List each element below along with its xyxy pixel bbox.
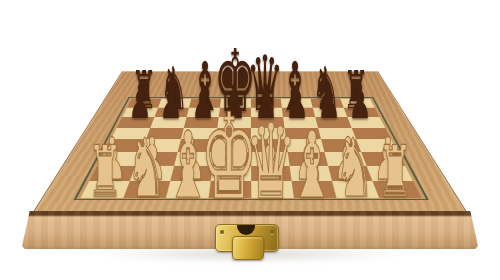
square-f3 <box>288 152 328 166</box>
square-b6 <box>150 117 186 128</box>
square-b2 <box>130 166 174 181</box>
square-f6 <box>283 117 318 128</box>
square-d1 <box>209 181 252 198</box>
square-b5 <box>146 128 184 139</box>
board-pinstripe-border <box>73 97 429 200</box>
square-c8 <box>189 99 221 108</box>
square-e6 <box>251 117 285 128</box>
square-e1 <box>251 181 294 198</box>
square-h7 <box>344 108 380 118</box>
square-e7 <box>251 108 283 118</box>
square-c7 <box>187 108 220 118</box>
chess-set-photo: ♜♞♝♚♛♝♞♜♟♟♟♟♟♟♟♟♟♟♟♟♟♟♟♟♜♞♝♚♛♝♞♜ <box>0 0 500 280</box>
square-e3 <box>251 152 290 166</box>
square-g4 <box>321 139 361 152</box>
square-h4 <box>356 139 398 152</box>
square-d6 <box>217 117 251 128</box>
square-f2 <box>290 166 332 181</box>
latch-hasp <box>232 236 264 260</box>
square-g7 <box>313 108 348 118</box>
square-e2 <box>251 166 291 181</box>
square-f7 <box>282 108 315 118</box>
square-b4 <box>141 139 181 152</box>
square-h6 <box>347 117 385 128</box>
square-h8 <box>340 99 374 108</box>
square-h1 <box>372 181 421 198</box>
latch-screw-right <box>270 230 274 234</box>
square-c5 <box>181 128 217 139</box>
square-g8 <box>310 99 343 108</box>
board-grid <box>81 99 422 198</box>
square-d4 <box>214 139 251 152</box>
square-b7 <box>154 108 189 118</box>
square-d2 <box>211 166 251 181</box>
square-g6 <box>315 117 351 128</box>
square-d3 <box>213 152 251 166</box>
board-frame <box>32 71 469 214</box>
square-a2 <box>89 166 135 181</box>
square-b3 <box>136 152 178 166</box>
square-a7 <box>122 108 158 118</box>
square-c3 <box>174 152 214 166</box>
square-c4 <box>178 139 216 152</box>
square-g3 <box>324 152 366 166</box>
square-a1 <box>81 181 130 198</box>
square-a8 <box>127 99 161 108</box>
latch-screw-left <box>220 230 224 234</box>
square-a4 <box>104 139 146 152</box>
square-g1 <box>332 181 379 198</box>
square-f5 <box>285 128 322 139</box>
square-d7 <box>219 108 251 118</box>
square-c2 <box>170 166 212 181</box>
square-h2 <box>366 166 412 181</box>
square-f8 <box>281 99 313 108</box>
square-g5 <box>318 128 356 139</box>
square-a6 <box>117 117 155 128</box>
square-a5 <box>111 128 150 139</box>
square-e8 <box>251 99 282 108</box>
square-c6 <box>184 117 219 128</box>
square-f4 <box>286 139 324 152</box>
square-e5 <box>251 128 286 139</box>
square-h5 <box>352 128 392 139</box>
square-b1 <box>123 181 170 198</box>
square-e4 <box>251 139 288 152</box>
square-f1 <box>292 181 337 198</box>
square-g2 <box>328 166 372 181</box>
square-h3 <box>361 152 405 166</box>
brass-latch <box>215 223 279 259</box>
square-a3 <box>97 152 141 166</box>
square-b8 <box>158 99 191 108</box>
square-d5 <box>216 128 251 139</box>
chess-board-3d <box>32 71 469 214</box>
square-d8 <box>220 99 251 108</box>
square-c1 <box>166 181 211 198</box>
